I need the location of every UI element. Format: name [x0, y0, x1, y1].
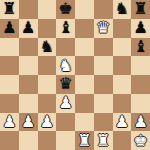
square-g3[interactable]: [113, 94, 132, 113]
square-g8[interactable]: ♞: [113, 0, 132, 19]
black-pawn-icon: ♟: [21, 20, 35, 36]
square-b5[interactable]: [19, 56, 38, 75]
white-pawn-icon: ♟: [21, 114, 35, 130]
white-king-icon: ♚: [133, 133, 147, 149]
square-h1[interactable]: ♚: [131, 131, 150, 150]
square-h6[interactable]: ♝: [131, 38, 150, 57]
square-b3[interactable]: [19, 94, 38, 113]
square-g2[interactable]: ♟: [113, 113, 132, 132]
square-c3[interactable]: [38, 94, 57, 113]
white-pawn-icon: ♟: [58, 95, 72, 111]
square-d1[interactable]: [56, 131, 75, 150]
square-a5[interactable]: [0, 56, 19, 75]
black-pawn-icon: ♟: [2, 20, 16, 36]
black-rook-icon: ♜: [2, 1, 16, 17]
square-e6[interactable]: [75, 38, 94, 57]
square-c8[interactable]: [38, 0, 57, 19]
square-f8[interactable]: [94, 0, 113, 19]
square-h4[interactable]: [131, 75, 150, 94]
square-h3[interactable]: [131, 94, 150, 113]
square-e2[interactable]: [75, 113, 94, 132]
white-pawn-icon: ♟: [115, 114, 129, 130]
square-b6[interactable]: [19, 38, 38, 57]
square-c1[interactable]: [38, 131, 57, 150]
square-a6[interactable]: [0, 38, 19, 57]
white-pawn-icon: ♟: [2, 114, 16, 130]
square-g7[interactable]: [113, 19, 132, 38]
white-rook-icon: ♜: [96, 133, 110, 149]
black-bishop-icon: ♝: [133, 39, 147, 55]
square-b2[interactable]: ♟: [19, 113, 38, 132]
square-d6[interactable]: [56, 38, 75, 57]
square-g5[interactable]: [113, 56, 132, 75]
black-knight-icon: ♞: [115, 1, 129, 17]
square-d7[interactable]: ♝: [56, 19, 75, 38]
black-bishop-icon: ♝: [58, 20, 72, 36]
white-rook-icon: ♜: [77, 133, 91, 149]
square-d5[interactable]: ♞: [56, 56, 75, 75]
square-c5[interactable]: [38, 56, 57, 75]
square-c6[interactable]: ♞: [38, 38, 57, 57]
square-f1[interactable]: ♜: [94, 131, 113, 150]
square-c4[interactable]: [38, 75, 57, 94]
black-queen-icon: ♛: [58, 76, 72, 92]
square-h2[interactable]: ♟: [131, 113, 150, 132]
square-g6[interactable]: [113, 38, 132, 57]
square-d4[interactable]: ♛: [56, 75, 75, 94]
square-e1[interactable]: ♜: [75, 131, 94, 150]
square-g1[interactable]: [113, 131, 132, 150]
black-rook-icon: ♜: [133, 1, 147, 17]
square-e3[interactable]: [75, 94, 94, 113]
square-b7[interactable]: ♟: [19, 19, 38, 38]
square-a7[interactable]: ♟: [0, 19, 19, 38]
square-d3[interactable]: ♟: [56, 94, 75, 113]
square-e8[interactable]: [75, 0, 94, 19]
square-g4[interactable]: [113, 75, 132, 94]
square-a1[interactable]: [0, 131, 19, 150]
square-d2[interactable]: [56, 113, 75, 132]
square-b1[interactable]: [19, 131, 38, 150]
square-h8[interactable]: ♜: [131, 0, 150, 19]
square-c7[interactable]: [38, 19, 57, 38]
square-e5[interactable]: [75, 56, 94, 75]
black-king-icon: ♚: [58, 1, 72, 17]
square-c2[interactable]: ♟: [38, 113, 57, 132]
square-e4[interactable]: [75, 75, 94, 94]
square-f4[interactable]: [94, 75, 113, 94]
square-b4[interactable]: [19, 75, 38, 94]
square-f3[interactable]: [94, 94, 113, 113]
square-a3[interactable]: [0, 94, 19, 113]
black-pawn-icon: ♟: [133, 20, 147, 36]
square-f6[interactable]: [94, 38, 113, 57]
square-h5[interactable]: [131, 56, 150, 75]
square-h7[interactable]: ♟: [131, 19, 150, 38]
square-e7[interactable]: [75, 19, 94, 38]
chess-board: ♜♚♞♜♟♟♝♛♟♞♝♞♛♟♟♟♟♟♟♜♜♚: [0, 0, 150, 150]
white-pawn-icon: ♟: [40, 114, 54, 130]
square-d8[interactable]: ♚: [56, 0, 75, 19]
square-a2[interactable]: ♟: [0, 113, 19, 132]
square-b8[interactable]: [19, 0, 38, 19]
square-f2[interactable]: [94, 113, 113, 132]
square-a4[interactable]: [0, 75, 19, 94]
square-a8[interactable]: ♜: [0, 0, 19, 19]
white-queen-icon: ♛: [96, 20, 110, 36]
square-f7[interactable]: ♛: [94, 19, 113, 38]
white-pawn-icon: ♟: [133, 114, 147, 130]
white-knight-icon: ♞: [58, 58, 72, 74]
black-knight-icon: ♞: [40, 39, 54, 55]
square-f5[interactable]: [94, 56, 113, 75]
